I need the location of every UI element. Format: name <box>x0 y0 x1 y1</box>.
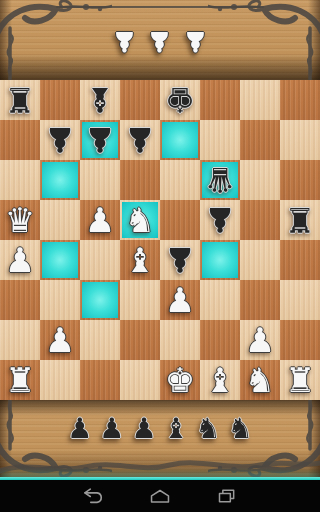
square-f5[interactable]: ♟ <box>200 200 240 240</box>
white-pawn: ♟ <box>80 200 120 240</box>
home-button[interactable] <box>147 485 173 507</box>
white-king: ♚ <box>160 360 200 400</box>
captured-tray-bottom: ♟♟♟♝♞♞ <box>0 415 320 443</box>
square-a7[interactable] <box>0 120 40 160</box>
square-a2[interactable] <box>0 320 40 360</box>
square-b7[interactable]: ♟ <box>40 120 80 160</box>
square-c7[interactable]: ♟ <box>80 120 120 160</box>
square-c6[interactable] <box>80 160 120 200</box>
square-e1[interactable]: ♚ <box>160 360 200 400</box>
square-e8[interactable]: ♚ <box>160 80 200 120</box>
square-h8[interactable] <box>280 80 320 120</box>
board: ♜♝♚♟♟♟♛♛♟♞♟♜♟♝♟♟♟♟♜♚♝♞♜ <box>0 80 320 400</box>
captured-black-pawn: ♟ <box>131 415 156 443</box>
black-bishop: ♝ <box>80 80 120 120</box>
white-rook: ♜ <box>0 360 40 400</box>
square-h3[interactable] <box>280 280 320 320</box>
square-a5[interactable]: ♛ <box>0 200 40 240</box>
square-e2[interactable] <box>160 320 200 360</box>
square-f8[interactable] <box>200 80 240 120</box>
square-d6[interactable] <box>120 160 160 200</box>
square-h4[interactable] <box>280 240 320 280</box>
back-icon <box>82 486 104 506</box>
square-b4[interactable] <box>40 240 80 280</box>
square-f4[interactable] <box>200 240 240 280</box>
square-h6[interactable] <box>280 160 320 200</box>
black-pawn: ♟ <box>200 200 240 240</box>
square-e3[interactable]: ♟ <box>160 280 200 320</box>
recents-button[interactable] <box>214 485 240 507</box>
home-icon <box>149 488 171 504</box>
black-pawn: ♟ <box>160 240 200 280</box>
square-c2[interactable] <box>80 320 120 360</box>
square-b6[interactable] <box>40 160 80 200</box>
highlight-c3 <box>82 282 118 318</box>
square-g4[interactable] <box>240 240 280 280</box>
captured-white-pawn: ♟ <box>183 27 208 55</box>
black-king: ♚ <box>160 80 200 120</box>
white-rook: ♜ <box>280 360 320 400</box>
square-d8[interactable] <box>120 80 160 120</box>
square-e4[interactable]: ♟ <box>160 240 200 280</box>
highlight-b6 <box>42 162 78 198</box>
square-f7[interactable] <box>200 120 240 160</box>
square-g3[interactable] <box>240 280 280 320</box>
captured-white-pawn: ♟ <box>147 27 172 55</box>
square-g2[interactable]: ♟ <box>240 320 280 360</box>
white-bishop: ♝ <box>200 360 240 400</box>
ornament-top-line <box>56 6 264 8</box>
white-pawn: ♟ <box>160 280 200 320</box>
recents-icon <box>217 488 237 504</box>
square-g6[interactable] <box>240 160 280 200</box>
square-a6[interactable] <box>0 160 40 200</box>
square-e6[interactable] <box>160 160 200 200</box>
highlight-b4 <box>42 242 78 278</box>
square-b8[interactable] <box>40 80 80 120</box>
white-knight: ♞ <box>240 360 280 400</box>
square-d3[interactable] <box>120 280 160 320</box>
black-queen: ♛ <box>200 160 240 200</box>
captured-tray-top: ♟♟♟ <box>0 27 320 55</box>
square-b2[interactable]: ♟ <box>40 320 80 360</box>
black-rook: ♜ <box>0 80 40 120</box>
square-a4[interactable]: ♟ <box>0 240 40 280</box>
black-pawn: ♟ <box>40 120 80 160</box>
white-bishop: ♝ <box>120 240 160 280</box>
captured-black-knight: ♞ <box>196 415 221 443</box>
square-g8[interactable] <box>240 80 280 120</box>
square-a8[interactable]: ♜ <box>0 80 40 120</box>
captured-black-pawn: ♟ <box>99 415 124 443</box>
chess-app-screen: ♟♟♟ ♜♝♚♟♟♟♛♛♟♞♟♜♟♝♟♟♟♟♜♚♝♞♜ ♟♟♟♝♞♞ <box>0 0 320 512</box>
square-g1[interactable]: ♞ <box>240 360 280 400</box>
square-c1[interactable] <box>80 360 120 400</box>
square-h2[interactable] <box>280 320 320 360</box>
square-b1[interactable] <box>40 360 80 400</box>
square-d7[interactable]: ♟ <box>120 120 160 160</box>
square-f2[interactable] <box>200 320 240 360</box>
black-rook: ♜ <box>280 200 320 240</box>
back-button[interactable] <box>80 485 106 507</box>
square-g5[interactable] <box>240 200 280 240</box>
captured-white-pawn: ♟ <box>112 27 137 55</box>
square-b5[interactable] <box>40 200 80 240</box>
square-a1[interactable]: ♜ <box>0 360 40 400</box>
square-c4[interactable] <box>80 240 120 280</box>
square-f1[interactable]: ♝ <box>200 360 240 400</box>
square-c3[interactable] <box>80 280 120 320</box>
black-pawn: ♟ <box>80 120 120 160</box>
square-f6[interactable]: ♛ <box>200 160 240 200</box>
square-d4[interactable]: ♝ <box>120 240 160 280</box>
square-e5[interactable] <box>160 200 200 240</box>
square-f3[interactable] <box>200 280 240 320</box>
highlight-e7 <box>162 122 198 158</box>
captured-black-knight: ♞ <box>228 415 253 443</box>
square-a3[interactable] <box>0 280 40 320</box>
white-queen: ♛ <box>0 200 40 240</box>
square-e7[interactable] <box>160 120 200 160</box>
captured-black-pawn: ♟ <box>67 415 92 443</box>
square-c8[interactable]: ♝ <box>80 80 120 120</box>
white-pawn: ♟ <box>0 240 40 280</box>
square-h7[interactable] <box>280 120 320 160</box>
captured-black-bishop: ♝ <box>164 415 189 443</box>
white-knight: ♞ <box>120 200 160 240</box>
black-pawn: ♟ <box>120 120 160 160</box>
square-h5[interactable]: ♜ <box>280 200 320 240</box>
white-pawn: ♟ <box>40 320 80 360</box>
highlight-f4 <box>202 242 238 278</box>
white-pawn: ♟ <box>240 320 280 360</box>
square-d1[interactable] <box>120 360 160 400</box>
android-navbar <box>0 480 320 512</box>
square-d5[interactable]: ♞ <box>120 200 160 240</box>
square-g7[interactable] <box>240 120 280 160</box>
square-b3[interactable] <box>40 280 80 320</box>
square-d2[interactable] <box>120 320 160 360</box>
square-h1[interactable]: ♜ <box>280 360 320 400</box>
square-c5[interactable]: ♟ <box>80 200 120 240</box>
